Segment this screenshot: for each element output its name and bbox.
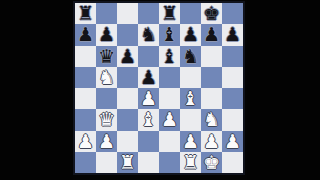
square-c6[interactable]: ♟ <box>117 46 138 67</box>
square-c1[interactable]: ♜ <box>117 152 138 173</box>
white-pawn-h2[interactable]: ♟ <box>224 131 241 150</box>
square-g2[interactable]: ♟ <box>201 131 222 152</box>
white-rook-c1[interactable]: ♜ <box>119 152 136 171</box>
white-pawn-d4[interactable]: ♟ <box>140 89 157 108</box>
black-bishop-e6[interactable]: ♝ <box>161 46 178 65</box>
square-a8[interactable]: ♜ <box>75 3 96 24</box>
square-f8[interactable] <box>180 3 201 24</box>
square-e8[interactable]: ♜ <box>159 3 180 24</box>
square-a5[interactable] <box>75 67 96 88</box>
square-c7[interactable] <box>117 24 138 45</box>
square-c8[interactable] <box>117 3 138 24</box>
white-knight-b5[interactable]: ♞ <box>98 67 115 86</box>
square-h7[interactable]: ♟ <box>222 24 243 45</box>
black-king-g8[interactable]: ♚ <box>203 4 220 23</box>
black-pawn-b7[interactable]: ♟ <box>98 25 115 44</box>
square-a3[interactable] <box>75 109 96 130</box>
white-pawn-f2[interactable]: ♟ <box>182 131 199 150</box>
video-frame: ♜♜♚♟♟♞♝♟♟♟♛♟♝♞♞♟♟♝♛♝♟♞♟♟♟♟♟♜♜♚ <box>0 0 320 180</box>
white-rook-f1[interactable]: ♜ <box>182 152 199 171</box>
square-a4[interactable] <box>75 88 96 109</box>
white-queen-b3[interactable]: ♛ <box>98 110 115 129</box>
square-d8[interactable] <box>138 3 159 24</box>
black-pawn-f7[interactable]: ♟ <box>182 25 199 44</box>
square-e3[interactable]: ♟ <box>159 109 180 130</box>
square-e1[interactable] <box>159 152 180 173</box>
square-g8[interactable]: ♚ <box>201 3 222 24</box>
square-d5[interactable]: ♟ <box>138 67 159 88</box>
square-h1[interactable] <box>222 152 243 173</box>
square-d1[interactable] <box>138 152 159 173</box>
white-king-g1[interactable]: ♚ <box>203 152 220 171</box>
black-pawn-a7[interactable]: ♟ <box>77 25 94 44</box>
square-g1[interactable]: ♚ <box>201 152 222 173</box>
square-d4[interactable]: ♟ <box>138 88 159 109</box>
black-rook-a8[interactable]: ♜ <box>77 4 94 23</box>
square-e4[interactable] <box>159 88 180 109</box>
black-queen-b6[interactable]: ♛ <box>98 46 115 65</box>
square-f2[interactable]: ♟ <box>180 131 201 152</box>
square-a6[interactable] <box>75 46 96 67</box>
square-c4[interactable] <box>117 88 138 109</box>
black-pawn-d5[interactable]: ♟ <box>140 67 157 86</box>
square-g5[interactable] <box>201 67 222 88</box>
square-b7[interactable]: ♟ <box>96 24 117 45</box>
square-h5[interactable] <box>222 67 243 88</box>
square-f1[interactable]: ♜ <box>180 152 201 173</box>
square-d6[interactable] <box>138 46 159 67</box>
white-pawn-e3[interactable]: ♟ <box>161 110 178 129</box>
black-rook-e8[interactable]: ♜ <box>161 4 178 23</box>
square-d3[interactable]: ♝ <box>138 109 159 130</box>
square-f4[interactable]: ♝ <box>180 88 201 109</box>
black-bishop-e7[interactable]: ♝ <box>161 25 178 44</box>
white-bishop-d3[interactable]: ♝ <box>140 110 157 129</box>
square-h8[interactable] <box>222 3 243 24</box>
square-h6[interactable] <box>222 46 243 67</box>
square-b1[interactable] <box>96 152 117 173</box>
square-e2[interactable] <box>159 131 180 152</box>
square-e5[interactable] <box>159 67 180 88</box>
white-pawn-b2[interactable]: ♟ <box>98 131 115 150</box>
black-pawn-h7[interactable]: ♟ <box>224 25 241 44</box>
square-e7[interactable]: ♝ <box>159 24 180 45</box>
square-a2[interactable]: ♟ <box>75 131 96 152</box>
black-knight-f6[interactable]: ♞ <box>182 46 199 65</box>
black-pawn-g7[interactable]: ♟ <box>203 25 220 44</box>
square-a7[interactable]: ♟ <box>75 24 96 45</box>
square-f5[interactable] <box>180 67 201 88</box>
square-b6[interactable]: ♛ <box>96 46 117 67</box>
white-knight-g3[interactable]: ♞ <box>203 110 220 129</box>
letterbox-right <box>247 0 320 180</box>
letterbox-left <box>0 0 73 180</box>
square-d7[interactable]: ♞ <box>138 24 159 45</box>
square-e6[interactable]: ♝ <box>159 46 180 67</box>
white-bishop-f4[interactable]: ♝ <box>182 89 199 108</box>
square-h4[interactable] <box>222 88 243 109</box>
square-g7[interactable]: ♟ <box>201 24 222 45</box>
square-c2[interactable] <box>117 131 138 152</box>
white-pawn-g2[interactable]: ♟ <box>203 131 220 150</box>
square-f6[interactable]: ♞ <box>180 46 201 67</box>
square-f7[interactable]: ♟ <box>180 24 201 45</box>
square-b4[interactable] <box>96 88 117 109</box>
square-h2[interactable]: ♟ <box>222 131 243 152</box>
black-pawn-c6[interactable]: ♟ <box>119 46 136 65</box>
square-d2[interactable] <box>138 131 159 152</box>
square-b8[interactable] <box>96 3 117 24</box>
square-h3[interactable] <box>222 109 243 130</box>
square-b5[interactable]: ♞ <box>96 67 117 88</box>
black-knight-d7[interactable]: ♞ <box>140 25 157 44</box>
square-a1[interactable] <box>75 152 96 173</box>
square-b2[interactable]: ♟ <box>96 131 117 152</box>
square-g6[interactable] <box>201 46 222 67</box>
square-c3[interactable] <box>117 109 138 130</box>
square-c5[interactable] <box>117 67 138 88</box>
square-g4[interactable] <box>201 88 222 109</box>
square-b3[interactable]: ♛ <box>96 109 117 130</box>
square-g3[interactable]: ♞ <box>201 109 222 130</box>
chess-board[interactable]: ♜♜♚♟♟♞♝♟♟♟♛♟♝♞♞♟♟♝♛♝♟♞♟♟♟♟♟♜♜♚ <box>73 1 245 175</box>
square-f3[interactable] <box>180 109 201 130</box>
white-pawn-a2[interactable]: ♟ <box>77 131 94 150</box>
